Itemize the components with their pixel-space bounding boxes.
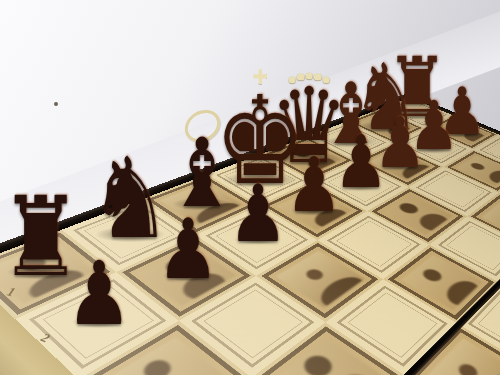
crown-ball: [314, 73, 322, 81]
crown-ball: [306, 72, 314, 80]
piece-pawn-d2[interactable]: ♟: [286, 148, 343, 224]
piece-pawn-b2[interactable]: ♟: [157, 208, 220, 291]
scene: ♜♞♝♚♛♝♞♜♟♟♟♟♟♟♟♟ 12: [0, 0, 500, 375]
piece-pawn-c2[interactable]: ♟: [228, 174, 287, 253]
crown-ball: [323, 76, 331, 84]
pieces-layer: ♜♞♝♚♛♝♞♜♟♟♟♟♟♟♟♟: [0, 0, 500, 375]
piece-pawn-a2[interactable]: ♟: [66, 250, 132, 338]
